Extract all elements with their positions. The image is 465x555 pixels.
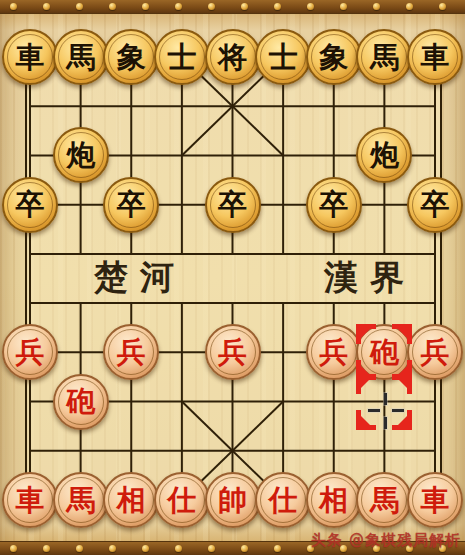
frame-stud (109, 3, 116, 10)
frame-stud (10, 3, 17, 10)
frame-stud (241, 545, 248, 552)
piece-black-cannon[interactable]: 炮 (356, 127, 412, 183)
piece-black-elephant[interactable]: 象 (306, 29, 362, 85)
piece-black-horse[interactable]: 馬 (53, 29, 109, 85)
frame-stud (439, 3, 446, 10)
frame-stud (10, 545, 17, 552)
frame-stud (274, 545, 281, 552)
frame-stud (142, 3, 149, 10)
frame-stud (76, 545, 83, 552)
frame-stud (406, 3, 413, 10)
piece-black-advisor[interactable]: 士 (255, 29, 311, 85)
piece-black-elephant[interactable]: 象 (103, 29, 159, 85)
piece-red-cannon[interactable]: 砲 (356, 324, 412, 380)
watermark-text: 头条 @象棋残局解析 (311, 531, 461, 550)
piece-black-chariot[interactable]: 車 (407, 29, 463, 85)
river-label-chu-he: 楚河 (94, 255, 186, 301)
piece-black-soldier[interactable]: 卒 (205, 177, 261, 233)
xiangqi-board[interactable]: 楚河 漢界 車馬象士将士象馬車炮炮卒卒卒卒卒兵兵兵兵砲兵砲車馬相仕帥仕相馬車 头… (0, 0, 465, 555)
piece-red-horse[interactable]: 馬 (53, 472, 109, 528)
piece-red-elephant[interactable]: 相 (306, 472, 362, 528)
frame-stud (340, 3, 347, 10)
piece-black-cannon[interactable]: 炮 (53, 127, 109, 183)
piece-red-general[interactable]: 帥 (205, 472, 261, 528)
piece-red-chariot[interactable]: 車 (2, 472, 58, 528)
piece-black-soldier[interactable]: 卒 (407, 177, 463, 233)
frame-stud (208, 545, 215, 552)
piece-black-soldier[interactable]: 卒 (103, 177, 159, 233)
piece-red-advisor[interactable]: 仕 (255, 472, 311, 528)
frame-stud (307, 3, 314, 10)
piece-black-general[interactable]: 将 (205, 29, 261, 85)
river-label-han-jie: 漢界 (324, 255, 416, 301)
piece-red-soldier[interactable]: 兵 (2, 324, 58, 380)
piece-black-chariot[interactable]: 車 (2, 29, 58, 85)
frame-stud (208, 3, 215, 10)
piece-red-soldier[interactable]: 兵 (306, 324, 362, 380)
frame-stud (241, 3, 248, 10)
piece-red-advisor[interactable]: 仕 (154, 472, 210, 528)
piece-red-cannon[interactable]: 砲 (53, 374, 109, 430)
frame-stud (43, 545, 50, 552)
frame-stud (76, 3, 83, 10)
piece-black-soldier[interactable]: 卒 (306, 177, 362, 233)
frame-stud (142, 545, 149, 552)
piece-black-soldier[interactable]: 卒 (2, 177, 58, 233)
board-frame-top (0, 0, 465, 14)
piece-red-soldier[interactable]: 兵 (205, 324, 261, 380)
piece-red-soldier[interactable]: 兵 (103, 324, 159, 380)
frame-stud (109, 545, 116, 552)
frame-stud (43, 3, 50, 10)
piece-black-advisor[interactable]: 士 (154, 29, 210, 85)
frame-stud (175, 3, 182, 10)
frame-stud (373, 3, 380, 10)
piece-red-soldier[interactable]: 兵 (407, 324, 463, 380)
frame-stud (175, 545, 182, 552)
piece-red-elephant[interactable]: 相 (103, 472, 159, 528)
piece-red-horse[interactable]: 馬 (356, 472, 412, 528)
piece-red-chariot[interactable]: 車 (407, 472, 463, 528)
frame-stud (274, 3, 281, 10)
piece-black-horse[interactable]: 馬 (356, 29, 412, 85)
